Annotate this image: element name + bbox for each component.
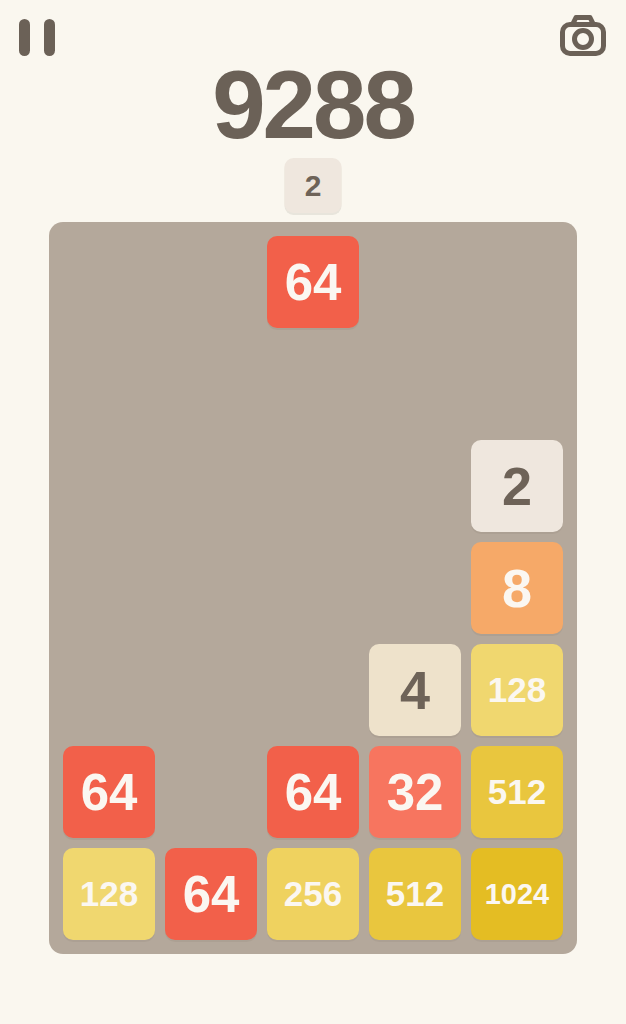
tile-512: 512 bbox=[471, 746, 563, 838]
tile-64: 64 bbox=[63, 746, 155, 838]
tile-64-falling: 64 bbox=[267, 236, 359, 328]
tile-1024: 1024 bbox=[471, 848, 563, 940]
tile-128: 128 bbox=[471, 644, 563, 736]
pause-bar-right bbox=[44, 19, 55, 56]
next-tile-preview: 2 bbox=[285, 158, 342, 213]
tile-64: 64 bbox=[267, 746, 359, 838]
pause-bar-left bbox=[19, 19, 30, 56]
tile-2: 2 bbox=[471, 440, 563, 532]
tile-64: 64 bbox=[165, 848, 257, 940]
tile-32: 32 bbox=[369, 746, 461, 838]
score-display: 9288 bbox=[0, 55, 626, 155]
pause-icon bbox=[19, 19, 65, 56]
camera-icon bbox=[560, 13, 606, 57]
game-board[interactable]: 64284128646432512128642565121024 bbox=[49, 222, 577, 954]
tile-256: 256 bbox=[267, 848, 359, 940]
tile-4: 4 bbox=[369, 644, 461, 736]
tile-8: 8 bbox=[471, 542, 563, 634]
pause-button[interactable] bbox=[19, 17, 65, 57]
tile-128: 128 bbox=[63, 848, 155, 940]
tile-512: 512 bbox=[369, 848, 461, 940]
camera-button[interactable] bbox=[560, 13, 606, 57]
